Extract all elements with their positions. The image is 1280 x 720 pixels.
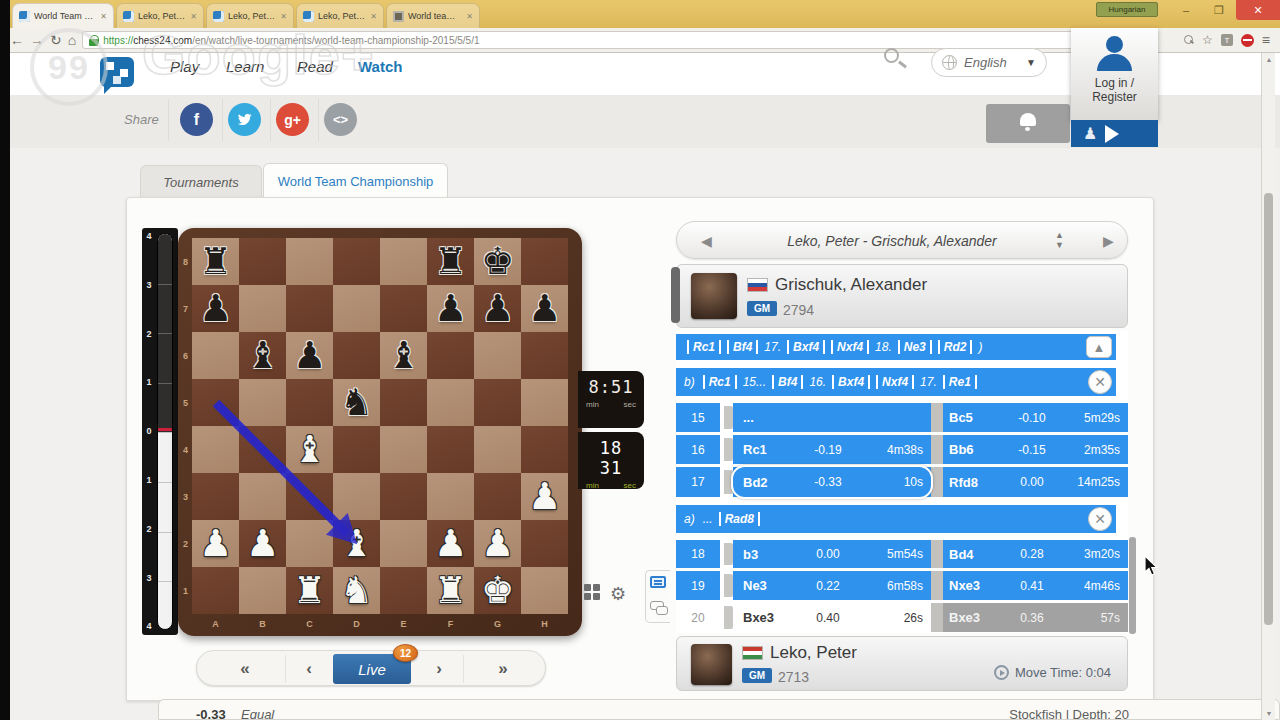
- bookmark-star-icon[interactable]: ☆: [1202, 34, 1213, 46]
- player-card-white: Leko, Peter GM 2713 Move Time: 0:04: [676, 636, 1128, 691]
- square-d4[interactable]: [333, 426, 380, 473]
- twitter-share-button[interactable]: [228, 103, 261, 136]
- variation-move[interactable]: Bxf4: [787, 340, 825, 354]
- square-a5[interactable]: [192, 379, 239, 426]
- square-a4[interactable]: [192, 426, 239, 473]
- square-h8[interactable]: [521, 238, 568, 285]
- black-king[interactable]: ♚: [474, 238, 521, 285]
- sort-icon[interactable]: ▲▼: [1055, 230, 1064, 250]
- square-h2[interactable]: [521, 520, 568, 567]
- collapse-variation-button[interactable]: ▲: [1086, 336, 1112, 358]
- rank-label: 5: [180, 398, 191, 408]
- variation-move[interactable]: Rc1: [687, 340, 721, 354]
- game-selector-title[interactable]: Leko, Peter - Grischuk, Alexander: [747, 222, 1037, 260]
- eval-cell: -0.15: [1001, 443, 1063, 457]
- hungarian-theme-button[interactable]: Hungarian: [1096, 2, 1158, 17]
- square-c3[interactable]: [286, 473, 333, 520]
- game-selector: ◀ Leko, Peter - Grischuk, Alexander ▲▼ ▶: [676, 221, 1128, 259]
- pawn-icon: ♟: [1083, 124, 1097, 143]
- rank-label: 6: [180, 351, 191, 361]
- eval-cell: -0.19: [795, 443, 861, 457]
- square-b3[interactable]: [239, 473, 286, 520]
- variation-number: 16.: [809, 375, 826, 389]
- rating-black: 2794: [783, 302, 814, 318]
- play-icon: [1105, 125, 1128, 143]
- browser-scrollbar-thumb[interactable]: [1264, 193, 1273, 625]
- black-bishop[interactable]: ♝: [380, 332, 427, 379]
- time-cell: 5m54s: [861, 547, 931, 561]
- resize-board-icon[interactable]: [584, 584, 602, 602]
- favicon: [213, 11, 224, 22]
- row-divider: [931, 403, 943, 432]
- black-pawn[interactable]: ♟: [192, 285, 239, 332]
- variation-number: 18.: [875, 340, 892, 354]
- variation-number: 17.: [764, 340, 781, 354]
- user-icon: [1106, 36, 1123, 53]
- square-b5[interactable]: [239, 379, 286, 426]
- previous-game-button[interactable]: ◀: [701, 222, 712, 260]
- tab-tournaments[interactable]: Tournaments: [140, 165, 262, 198]
- square-a8[interactable]: ♜: [192, 238, 239, 285]
- variation-prefix: b): [684, 375, 695, 389]
- login-register-label: Log in /Register: [1071, 76, 1158, 104]
- file-label: A: [192, 619, 239, 629]
- white-pawn[interactable]: ♟: [474, 520, 521, 567]
- move-time-label: Move Time: 0:04: [1015, 665, 1111, 680]
- square-g6[interactable]: [474, 332, 521, 379]
- black-pawn[interactable]: ♟: [521, 285, 568, 332]
- square-e2[interactable]: [380, 520, 427, 567]
- move-number: 15: [676, 403, 720, 432]
- browser-tab-4[interactable]: World team chess c✕: [386, 3, 480, 28]
- move-cell[interactable]: Bxe3: [733, 610, 795, 625]
- square-b7[interactable]: [239, 285, 286, 332]
- move-row-16: 16Rc1-0.194m38sBb6-0.152m35s: [676, 435, 1128, 464]
- user-icon-body: [1097, 54, 1132, 71]
- sec-label: sec: [624, 481, 636, 490]
- flag-hungary: [742, 646, 763, 660]
- move-cell[interactable]: Bc5: [943, 410, 1001, 425]
- square-c4[interactable]: ♝: [286, 426, 333, 473]
- globe-icon: [942, 55, 957, 70]
- tab-label: World Team Champ: [34, 11, 96, 21]
- menu-icon[interactable]: ≡: [1262, 33, 1270, 47]
- move-number: 16: [676, 435, 720, 464]
- tab-world-team-championship[interactable]: World Team Championship: [263, 163, 448, 198]
- square-a3[interactable]: [192, 473, 239, 520]
- gear-icon[interactable]: ⚙: [610, 583, 626, 604]
- variation-line-top: Rc1Bf417.Bxf4Nxf418.Ne3Rd2)▲: [676, 334, 1116, 360]
- variation-notch: [724, 574, 733, 597]
- rank-label: 8: [180, 257, 191, 267]
- screen: World Team Champ✕Leko, Peter vs. Gris✕Le…: [0, 0, 1280, 720]
- variation-line-a: a)...Rad8✕: [676, 505, 1116, 533]
- black-move-half: Bb6-0.152m35s: [943, 435, 1128, 464]
- move-number: 18: [676, 540, 720, 568]
- next-game-button[interactable]: ▶: [1103, 222, 1114, 260]
- gm-badge: GM: [742, 668, 772, 683]
- square-c1[interactable]: ♜: [286, 567, 333, 614]
- variation-number: ): [978, 340, 982, 354]
- eval-scale-label: 1: [142, 475, 156, 485]
- white-pawn[interactable]: ♟: [192, 520, 239, 567]
- broadcast-box[interactable]: ♟: [1071, 120, 1158, 147]
- variation-notch: [724, 406, 733, 429]
- move-timer-icon: [994, 665, 1009, 680]
- file-label: H: [521, 619, 568, 629]
- square-d1[interactable]: ♞: [333, 567, 380, 614]
- variation-prefix: a): [684, 512, 695, 526]
- googleplus-watermark: Google+: [142, 22, 375, 87]
- white-knight[interactable]: ♞: [333, 567, 380, 614]
- rank-label: 3: [180, 492, 191, 502]
- drag-grip[interactable]: [671, 267, 680, 323]
- square-g5[interactable]: [474, 379, 521, 426]
- sec-label: sec: [624, 400, 636, 409]
- square-a2[interactable]: ♟: [192, 520, 239, 567]
- eval-scale-label: 0: [142, 426, 156, 436]
- eval-scale-label: 3: [142, 573, 156, 583]
- row-divider: [931, 571, 943, 600]
- rewind-button[interactable]: «: [215, 651, 275, 687]
- black-knight[interactable]: ♞: [333, 379, 380, 426]
- square-g7[interactable]: ♟: [474, 285, 521, 332]
- square-f2[interactable]: ♟: [427, 520, 474, 567]
- close-variation-button[interactable]: ✕: [1088, 370, 1112, 394]
- login-ribbon[interactable]: Log in /Register: [1071, 28, 1158, 120]
- rank-label: 2: [180, 539, 191, 549]
- engine-eval: -0.33: [196, 707, 226, 720]
- white-rook[interactable]: ♜: [427, 567, 474, 614]
- white-bishop[interactable]: ♝: [286, 426, 333, 473]
- twitter-bird-icon: [236, 111, 253, 128]
- white-pawn[interactable]: ♟: [427, 520, 474, 567]
- square-e7[interactable]: [380, 285, 427, 332]
- eval-cell: 0.28: [1001, 547, 1063, 561]
- white-move-half: b30.005m54s: [733, 540, 931, 568]
- live-badge: 12: [393, 644, 418, 662]
- square-g2[interactable]: ♟: [474, 520, 521, 567]
- player-name-white: Leko, Peter: [770, 643, 857, 663]
- row-divider: [931, 603, 943, 632]
- white-bishop[interactable]: ♝: [333, 520, 380, 567]
- tab-close-icon[interactable]: ✕: [190, 12, 197, 21]
- avatar-grischuk: [691, 273, 737, 319]
- square-b2[interactable]: ♟: [239, 520, 286, 567]
- min-label: min: [586, 400, 599, 409]
- row-divider: [931, 435, 943, 464]
- black-rook[interactable]: ♜: [192, 238, 239, 285]
- tab-close-icon[interactable]: ✕: [370, 12, 377, 21]
- notifications-box[interactable]: [986, 104, 1070, 143]
- square-f3[interactable]: [427, 473, 474, 520]
- current-move-highlight: [731, 465, 933, 499]
- time-cell: 2m35s: [1063, 443, 1128, 457]
- eval-scale-label: 3: [142, 280, 156, 290]
- square-g3[interactable]: [474, 473, 521, 520]
- browser-scrollbar[interactable]: ▲ ▼: [1261, 53, 1275, 720]
- tab-close-icon[interactable]: ✕: [100, 12, 107, 21]
- square-g4[interactable]: [474, 426, 521, 473]
- black-pawn[interactable]: ♟: [427, 285, 474, 332]
- tab-label: World team chess c: [408, 11, 462, 21]
- row-divider: [931, 540, 943, 568]
- square-f7[interactable]: ♟: [427, 285, 474, 332]
- black-rook[interactable]: ♜: [427, 238, 474, 285]
- square-f8[interactable]: ♜: [427, 238, 474, 285]
- tab-label: Leko, Peter vs. Gris: [228, 11, 276, 21]
- file-label: G: [474, 619, 521, 629]
- player-name-black: Grischuk, Alexander: [775, 275, 927, 295]
- square-f5[interactable]: [427, 379, 474, 426]
- language-selector[interactable]: English ▼: [931, 48, 1047, 77]
- variation-notch: [724, 606, 733, 629]
- square-f4[interactable]: [427, 426, 474, 473]
- square-h3[interactable]: ♟: [521, 473, 568, 520]
- adblock-icon[interactable]: [1241, 34, 1254, 47]
- move-cell[interactable]: Bb6: [943, 442, 1001, 457]
- mouse-cursor: [1144, 555, 1160, 577]
- chess-board: ♜♜♚♟♟♟♟♝♟♝♞♝♟♟♟♝♟♟♜♞♜♚ 87654321ABCDEFGH: [178, 228, 582, 636]
- rank-label: 4: [180, 445, 191, 455]
- fast-forward-button[interactable]: »: [473, 651, 533, 687]
- clock-black: 8:51 min sec: [578, 371, 644, 428]
- variation-move[interactable]: Rad8: [719, 512, 760, 526]
- square-f6[interactable]: [427, 332, 474, 379]
- evaluation-gauge: [157, 233, 173, 630]
- time-cell: 5m29s: [1063, 411, 1128, 425]
- translate-icon[interactable]: T: [1221, 34, 1233, 46]
- move-cell[interactable]: Ne3: [733, 578, 795, 593]
- move-cell[interactable]: b3: [733, 547, 795, 562]
- time-cell: 3m20s: [1063, 547, 1128, 561]
- square-d6[interactable]: [333, 332, 380, 379]
- white-move-half: Ne30.226m58s: [733, 571, 931, 600]
- square-b4[interactable]: [239, 426, 286, 473]
- move-cell[interactable]: Rc1: [733, 442, 795, 457]
- move-number: 17: [676, 467, 720, 497]
- square-b8[interactable]: [239, 238, 286, 285]
- square-b1[interactable]: [239, 567, 286, 614]
- favicon: [19, 11, 30, 22]
- square-d8[interactable]: [333, 238, 380, 285]
- move-cell[interactable]: Rfd8: [943, 475, 1001, 490]
- eval-cell: 0.00: [1001, 475, 1063, 489]
- black-pawn[interactable]: ♟: [286, 332, 333, 379]
- move-row-17: 17Bd2-0.3310sRfd80.0014m25s: [676, 467, 1128, 497]
- black-bishop[interactable]: ♝: [239, 332, 286, 379]
- move-cell[interactable]: Bxe3: [943, 610, 1001, 625]
- black-move-half: Bd40.283m20s: [943, 540, 1128, 568]
- white-move-half: Bd2-0.3310s: [733, 467, 931, 497]
- square-c7[interactable]: [286, 285, 333, 332]
- white-pawn[interactable]: ♟: [521, 473, 568, 520]
- notation-tab-icon[interactable]: [650, 576, 666, 588]
- variation-line-b: b)Rc115...Bf416.Bxf4Nxf417.Re1✕: [676, 368, 1116, 396]
- white-king[interactable]: ♚: [474, 567, 521, 614]
- avatar-leko: [691, 644, 732, 685]
- square-c8[interactable]: [286, 238, 333, 285]
- variation-number: 15...: [743, 375, 766, 389]
- square-e4[interactable]: [380, 426, 427, 473]
- white-rook[interactable]: ♜: [286, 567, 333, 614]
- move-cell[interactable]: ...: [733, 410, 795, 425]
- board-grid: ♜♜♚♟♟♟♟♝♟♝♞♝♟♟♟♝♟♟♜♞♜♚: [192, 238, 568, 614]
- move-number: 19: [676, 571, 720, 600]
- black-move-half: Bc5-0.105m29s: [943, 403, 1128, 432]
- file-label: E: [380, 619, 427, 629]
- variation-move[interactable]: Ne3: [898, 340, 932, 354]
- white-move-half: Bxe30.4026s: [733, 603, 931, 632]
- variation-move[interactable]: Rd2: [938, 340, 973, 354]
- board-controls: « ‹ Live 12 › »: [196, 650, 546, 686]
- next-move-button[interactable]: ›: [419, 651, 459, 687]
- square-e8[interactable]: [380, 238, 427, 285]
- move-row-18: 18b30.005m54sBd40.283m20s: [676, 540, 1128, 568]
- facebook-share-button[interactable]: f: [180, 103, 213, 136]
- eval-cell: 0.36: [1001, 611, 1063, 625]
- variation-move[interactable]: Nxf4: [876, 375, 914, 389]
- variation-move[interactable]: Bf4: [772, 375, 803, 389]
- variation-move[interactable]: Re1: [943, 375, 977, 389]
- variation-notch: [724, 438, 733, 461]
- search-icon[interactable]: [1184, 35, 1194, 45]
- rank-label: 1: [180, 586, 191, 596]
- share-label: Share: [124, 112, 159, 127]
- square-e6[interactable]: ♝: [380, 332, 427, 379]
- square-h4[interactable]: [521, 426, 568, 473]
- white-pawn[interactable]: ♟: [239, 520, 286, 567]
- chevron-down-icon: ▼: [1026, 57, 1036, 68]
- flag-russia: [747, 278, 768, 292]
- variation-move[interactable]: Bxf4: [832, 375, 870, 389]
- language-label: English: [964, 55, 1007, 70]
- favicon: [393, 11, 404, 22]
- square-a6[interactable]: [192, 332, 239, 379]
- square-g8[interactable]: ♚: [474, 238, 521, 285]
- url-scheme: https://: [103, 35, 133, 46]
- tab-close-icon[interactable]: ✕: [466, 12, 473, 21]
- header-search-icon[interactable]: [884, 48, 910, 74]
- player-card-black: Grischuk, Alexander GM 2794: [676, 264, 1128, 328]
- engine-verdict: Equal: [241, 707, 274, 720]
- variation-number: 17.: [920, 375, 937, 389]
- square-e1[interactable]: [380, 567, 427, 614]
- close-variation-button[interactable]: ✕: [1088, 507, 1112, 531]
- eval-cell: -0.10: [1001, 411, 1063, 425]
- scroll-down-icon[interactable]: ▼: [1262, 710, 1276, 717]
- black-move-half: Bxe30.3657s: [943, 603, 1128, 632]
- square-h1[interactable]: [521, 567, 568, 614]
- chat-tab-icon[interactable]: [650, 601, 664, 610]
- eval-cell: 0.00: [795, 547, 861, 561]
- square-h5[interactable]: [521, 379, 568, 426]
- square-d3[interactable]: [333, 473, 380, 520]
- evaluation-bar: 432101234: [142, 228, 178, 635]
- black-move-half: Nxe30.414m46s: [943, 571, 1128, 600]
- close-button[interactable]: ✕: [1236, 0, 1280, 20]
- square-a1[interactable]: [192, 567, 239, 614]
- favicon: [303, 11, 314, 22]
- square-d2[interactable]: ♝: [333, 520, 380, 567]
- square-d5[interactable]: ♞: [333, 379, 380, 426]
- engine-name-depth: Stockfish | Depth: 20: [1009, 707, 1129, 720]
- variation-number: ...: [703, 512, 713, 526]
- file-label: C: [286, 619, 333, 629]
- time-cell: 4m38s: [861, 443, 931, 457]
- clock-black-time: 8:51: [586, 377, 636, 397]
- square-h7[interactable]: ♟: [521, 285, 568, 332]
- hangouts-logo-watermark: 99: [30, 28, 108, 106]
- variation-move[interactable]: Rc1: [703, 375, 737, 389]
- browser-tab-0[interactable]: World Team Champ✕: [12, 3, 114, 28]
- black-move-half: Rfd80.0014m25s: [943, 467, 1128, 497]
- previous-move-button[interactable]: ‹: [289, 651, 329, 687]
- file-label: D: [333, 619, 380, 629]
- analysis-panel: Rc1Bf417.Bxf4Nxf418.Ne3Rd2)▲b)Rc115...Bf…: [676, 330, 1128, 633]
- move-row-20: 20Bxe30.4026sBxe30.3657s: [676, 603, 1128, 632]
- eval-scale-label: 1: [142, 377, 156, 387]
- time-cell: 14m25s: [1063, 475, 1128, 489]
- googleplus-share-button[interactable]: g+: [276, 103, 309, 136]
- square-c2[interactable]: [286, 520, 333, 567]
- eval-scale-label: 4: [142, 621, 156, 631]
- square-f1[interactable]: ♜: [427, 567, 474, 614]
- square-d7[interactable]: [333, 285, 380, 332]
- time-cell: 57s: [1063, 611, 1128, 625]
- move-cell[interactable]: Bd4: [943, 547, 1001, 562]
- embed-share-button[interactable]: <>: [324, 103, 357, 136]
- variation-move[interactable]: Nxf4: [831, 340, 869, 354]
- square-e5[interactable]: [380, 379, 427, 426]
- tab-label: Leko, Peter vs. Gris: [138, 11, 186, 21]
- square-g1[interactable]: ♚: [474, 567, 521, 614]
- variation-move[interactable]: Bf4: [727, 340, 758, 354]
- tab-close-icon[interactable]: ✕: [280, 12, 287, 21]
- eval-cell: 0.40: [795, 611, 861, 625]
- move-cell[interactable]: Nxe3: [943, 578, 1001, 593]
- square-c5[interactable]: [286, 379, 333, 426]
- rank-label: 7: [180, 304, 191, 314]
- time-cell: 4m46s: [1063, 579, 1128, 593]
- file-label: F: [427, 619, 474, 629]
- engine-status-bar: -0.33 Equal Stockfish | Depth: 20: [158, 699, 1280, 720]
- square-c6[interactable]: ♟: [286, 332, 333, 379]
- square-e3[interactable]: [380, 473, 427, 520]
- move-row-19: 19Ne30.226m58sNxe30.414m46s: [676, 571, 1128, 600]
- square-b6[interactable]: ♝: [239, 332, 286, 379]
- square-h6[interactable]: [521, 332, 568, 379]
- panel-scrollbar-thumb[interactable]: [1129, 537, 1136, 634]
- back-icon[interactable]: ←: [10, 33, 24, 47]
- minimize-button[interactable]: –: [1170, 0, 1202, 20]
- eval-zero-marker: [158, 428, 172, 431]
- black-pawn[interactable]: ♟: [474, 285, 521, 332]
- time-cell: 6m58s: [861, 579, 931, 593]
- scroll-up-icon[interactable]: ▲: [1262, 56, 1276, 63]
- eval-scale-label: 2: [142, 524, 156, 534]
- time-cell: 26s: [861, 611, 931, 625]
- move-row-15: 15...Bc5-0.105m29s: [676, 403, 1128, 432]
- move-number: 20: [676, 603, 720, 632]
- eval-scale-label: 4: [142, 231, 156, 241]
- restore-button[interactable]: ❐: [1203, 0, 1235, 20]
- square-a7[interactable]: ♟: [192, 285, 239, 332]
- letterbox-strip: [0, 0, 10, 720]
- clock-white: 18 31 min sec: [578, 432, 644, 489]
- eval-cell: 0.41: [1001, 579, 1063, 593]
- file-label: B: [239, 619, 286, 629]
